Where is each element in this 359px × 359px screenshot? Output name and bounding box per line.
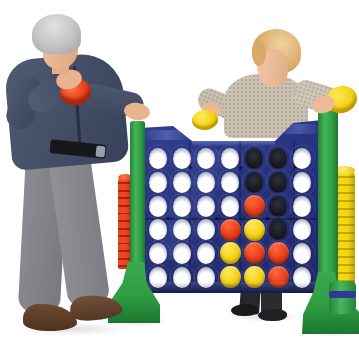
board-cell-r5c1[interactable]	[146, 242, 170, 266]
empty-hole	[221, 196, 239, 217]
empty-hole	[173, 172, 191, 193]
board-gloss-highlight	[146, 130, 188, 140]
man-hair	[32, 14, 81, 54]
empty-hole	[173, 219, 191, 240]
board-grid: ●●●●●●●●●	[146, 147, 314, 289]
empty-hole-dark	[245, 172, 263, 193]
board-cell-r1c2[interactable]	[170, 147, 194, 171]
board-cell-r3c6[interactable]	[266, 194, 290, 218]
board-cell-r4c5[interactable]: ●	[242, 218, 266, 242]
empty-hole-dark	[245, 148, 263, 169]
empty-hole	[149, 219, 167, 240]
empty-hole	[293, 196, 311, 217]
board-cell-r2c5[interactable]	[242, 171, 266, 195]
board-cell-r3c2[interactable]	[170, 194, 194, 218]
empty-hole	[197, 148, 215, 169]
empty-hole	[293, 148, 311, 169]
empty-hole	[173, 196, 191, 217]
empty-hole	[149, 172, 167, 193]
board-cell-r5c7[interactable]	[290, 242, 314, 266]
board-cell-r1c6[interactable]	[266, 147, 290, 171]
man-left-hand	[123, 101, 151, 121]
board-cell-r4c7[interactable]	[290, 218, 314, 242]
board-cell-r5c2[interactable]	[170, 242, 194, 266]
red-disc: ●	[244, 242, 265, 264]
yellow-spare-disc-stack	[335, 170, 355, 292]
board-cell-r1c5[interactable]	[242, 147, 266, 171]
empty-hole	[221, 148, 239, 169]
board-cell-r5c5[interactable]: ●	[242, 242, 266, 266]
red-disc: ●	[220, 219, 241, 241]
board-cell-r2c7[interactable]	[290, 171, 314, 195]
yellow-spare-disc-stack-top	[335, 166, 355, 175]
woman-left-shoe	[231, 304, 258, 316]
red-disc: ●	[244, 195, 265, 217]
scene-giant-connect-four: ●●●●●●●●●	[0, 0, 359, 359]
empty-hole	[149, 148, 167, 169]
empty-hole	[197, 243, 215, 264]
board-cell-r3c4[interactable]	[218, 194, 242, 218]
empty-hole	[173, 243, 191, 264]
empty-hole-dark	[269, 148, 287, 169]
empty-hole	[149, 196, 167, 217]
board-cell-r3c1[interactable]	[146, 194, 170, 218]
board-bottom-rail	[140, 282, 322, 293]
board-cell-r5c4[interactable]: ●	[218, 242, 242, 266]
yellow-disc: ●	[244, 219, 265, 241]
board-cell-r1c1[interactable]	[146, 147, 170, 171]
empty-hole-dark	[269, 196, 287, 217]
yellow-disc-on-rail	[191, 109, 219, 132]
board-cell-r3c5[interactable]: ●	[242, 194, 266, 218]
board-cell-r2c2[interactable]	[170, 171, 194, 195]
yellow-stack-holder-band	[329, 291, 356, 298]
woman-hair-fringe	[252, 40, 266, 66]
board-cell-r1c3[interactable]	[194, 147, 218, 171]
empty-hole-dark	[269, 219, 287, 240]
empty-hole	[197, 172, 215, 193]
woman-right-shoe	[258, 309, 287, 321]
board-top-dip-edge	[192, 141, 275, 146]
board-cell-r4c4[interactable]: ●	[218, 218, 242, 242]
red-disc: ●	[268, 242, 289, 264]
board-cell-r2c3[interactable]	[194, 171, 218, 195]
board-cell-r2c4[interactable]	[218, 171, 242, 195]
board-cell-r3c3[interactable]	[194, 194, 218, 218]
board-cell-r5c6[interactable]: ●	[266, 242, 290, 266]
board-cell-r2c1[interactable]	[146, 171, 170, 195]
man-left-shoe	[23, 304, 77, 331]
connect-four-board: ●●●●●●●●●	[140, 114, 322, 293]
yellow-disc: ●	[220, 242, 241, 264]
board-cell-r4c6[interactable]	[266, 218, 290, 242]
board-cell-r2c6[interactable]	[266, 171, 290, 195]
man-belt-buckle	[95, 146, 105, 158]
board-cell-r3c7[interactable]	[290, 194, 314, 218]
board-cell-r5c3[interactable]	[194, 242, 218, 266]
empty-hole	[293, 219, 311, 240]
empty-hole-dark	[269, 172, 287, 193]
empty-hole	[293, 243, 311, 264]
board-cell-r1c7[interactable]	[290, 147, 314, 171]
empty-hole	[149, 243, 167, 264]
board-cell-r4c1[interactable]	[146, 218, 170, 242]
board-cell-r4c3[interactable]	[194, 218, 218, 242]
empty-hole	[293, 172, 311, 193]
empty-hole	[197, 196, 215, 217]
empty-hole	[197, 219, 215, 240]
board-cell-r1c4[interactable]	[218, 147, 242, 171]
empty-hole	[221, 172, 239, 193]
board-cell-r4c2[interactable]	[170, 218, 194, 242]
empty-hole	[173, 148, 191, 169]
